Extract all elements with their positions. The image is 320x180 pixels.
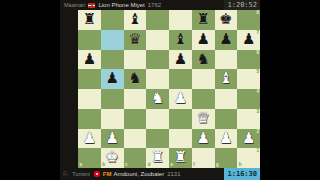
piece-white-pawn-e4: ♟ (169, 89, 192, 109)
piece-white-pawn-h2: ♟ (237, 129, 260, 149)
square-g1[interactable]: g (215, 148, 238, 168)
square-c3[interactable] (124, 109, 147, 129)
knight-icon: ♘ (62, 170, 68, 178)
square-d6[interactable] (146, 50, 169, 70)
square-d1[interactable]: ♜d (146, 148, 169, 168)
square-h4[interactable]: 4 (237, 89, 260, 109)
square-g3[interactable] (215, 109, 238, 129)
coord-file-c: c (125, 163, 128, 168)
bottom-team-label: Tunisni (72, 171, 90, 177)
piece-white-pawn-a2: ♟ (78, 129, 101, 149)
square-c4[interactable] (124, 89, 147, 109)
square-a5[interactable] (78, 69, 101, 89)
square-c7[interactable]: ♛ (124, 30, 147, 50)
tunisia-flag-icon (94, 171, 100, 177)
square-d3[interactable] (146, 109, 169, 129)
top-player-rating: 1762 (148, 2, 161, 8)
bottom-player-bar: ♘ Tunisni FM Amdouni, Zoubaier 2131 1:16… (60, 168, 260, 180)
square-g7[interactable]: ♟ (215, 30, 238, 50)
square-d4[interactable]: ♞ (146, 89, 169, 109)
coord-rank-6: 6 (256, 51, 259, 56)
coord-rank-7: 7 (256, 31, 259, 36)
square-g8[interactable]: ♚ (215, 10, 238, 30)
square-g6[interactable] (215, 50, 238, 70)
square-f4[interactable] (192, 89, 215, 109)
square-a4[interactable] (78, 89, 101, 109)
coord-file-g: g (216, 163, 219, 168)
square-e4[interactable]: ♟ (169, 89, 192, 109)
square-g5[interactable]: ♝ (215, 69, 238, 89)
square-e6[interactable]: ♟ (169, 50, 192, 70)
square-b3[interactable] (101, 109, 124, 129)
square-h1[interactable]: 1h (237, 148, 260, 168)
piece-black-bishop-e7: ♝ (169, 30, 192, 50)
square-c1[interactable]: c (124, 148, 147, 168)
coord-file-d: d (148, 163, 151, 168)
piece-black-knight-f6: ♞ (192, 50, 215, 70)
square-d8[interactable] (146, 10, 169, 30)
top-team-label: Maamari (64, 2, 85, 8)
square-c8[interactable]: ♝ (124, 10, 147, 30)
piece-black-pawn-h7: ♟ (237, 30, 260, 50)
piece-white-knight-d4: ♞ (146, 89, 169, 109)
square-e7[interactable]: ♝ (169, 30, 192, 50)
piece-black-rook-f8: ♜ (192, 10, 215, 30)
piece-black-rook-a8: ♜ (78, 10, 101, 30)
coord-rank-5: 5 (256, 70, 259, 75)
square-c6[interactable] (124, 50, 147, 70)
square-h2[interactable]: ♟2 (237, 129, 260, 149)
square-b1[interactable]: ♚b (101, 148, 124, 168)
coord-file-b: b (102, 163, 105, 168)
lebanon-flag-icon (88, 3, 95, 8)
square-h6[interactable]: 6 (237, 50, 260, 70)
piece-white-queen-f3: ♛ (192, 109, 215, 129)
square-h5[interactable]: 5 (237, 69, 260, 89)
piece-white-pawn-g2: ♟ (215, 129, 238, 149)
coord-rank-8: 8 (256, 11, 259, 16)
square-g2[interactable]: ♟ (215, 129, 238, 149)
piece-white-pawn-f2: ♟ (192, 129, 215, 149)
top-player-clock: 1:20:52 (224, 0, 260, 10)
video-column: Maamari Lion Phone Miyet 1762 1:20:52 ♜♝… (60, 0, 260, 180)
coord-file-h: h (239, 163, 242, 168)
square-f6[interactable]: ♞ (192, 50, 215, 70)
square-b8[interactable] (101, 10, 124, 30)
bottom-player-title: FM (103, 171, 112, 177)
square-f2[interactable]: ♟ (192, 129, 215, 149)
square-f8[interactable]: ♜ (192, 10, 215, 30)
square-a1[interactable]: a (78, 148, 101, 168)
square-a8[interactable]: ♜ (78, 10, 101, 30)
square-b6[interactable] (101, 50, 124, 70)
square-e3[interactable] (169, 109, 192, 129)
piece-black-pawn-f7: ♟ (192, 30, 215, 50)
square-a6[interactable]: ♟ (78, 50, 101, 70)
square-h7[interactable]: ♟7 (237, 30, 260, 50)
bottom-player-name[interactable]: Amdouni, Zoubaier (113, 171, 164, 177)
square-f1[interactable]: f (192, 148, 215, 168)
coord-rank-1: 1 (256, 149, 259, 154)
square-b7[interactable] (101, 30, 124, 50)
square-d2[interactable] (146, 129, 169, 149)
coord-rank-3: 3 (256, 110, 259, 115)
coord-file-f: f (193, 163, 195, 168)
piece-white-pawn-b2: ♟ (101, 129, 124, 149)
piece-white-king-b1: ♚ (101, 148, 124, 168)
square-g4[interactable] (215, 89, 238, 109)
coord-file-e: e (171, 163, 174, 168)
square-f5[interactable] (192, 69, 215, 89)
piece-black-king-g8: ♚ (215, 10, 238, 30)
piece-black-queen-c7: ♛ (124, 30, 147, 50)
square-d5[interactable] (146, 69, 169, 89)
bottom-player-rating: 2131 (167, 171, 180, 177)
piece-black-knight-c5: ♞ (124, 69, 147, 89)
square-f3[interactable]: ♛ (192, 109, 215, 129)
piece-white-bishop-g5: ♝ (215, 69, 238, 89)
bottom-player-clock: 1:16:30 (224, 168, 260, 180)
square-a2[interactable]: ♟ (78, 129, 101, 149)
coord-file-a: a (80, 163, 83, 168)
screenshot-stage: Maamari Lion Phone Miyet 1762 1:20:52 ♜♝… (0, 0, 320, 180)
square-e1[interactable]: ♜e (169, 148, 192, 168)
piece-white-rook-e1: ♜ (169, 148, 192, 168)
coord-rank-4: 4 (256, 90, 259, 95)
piece-black-bishop-c8: ♝ (124, 10, 147, 30)
square-b5[interactable]: ♟ (101, 69, 124, 89)
square-b4[interactable] (101, 89, 124, 109)
coord-rank-2: 2 (256, 130, 259, 135)
chess-board[interactable]: ♜♝♜♚8♛♝♟♟♟7♟♟♞6♟♞♝5♞♟4♛3♟♟♟♟♟2a♚bc♜d♜efg… (78, 10, 260, 168)
square-h8[interactable]: 8 (237, 10, 260, 30)
piece-black-pawn-b5: ♟ (101, 69, 124, 89)
piece-white-rook-d1: ♜ (146, 148, 169, 168)
square-a7[interactable] (78, 30, 101, 50)
top-player-bar: Maamari Lion Phone Miyet 1762 1:20:52 (60, 0, 260, 10)
piece-black-pawn-e6: ♟ (169, 50, 192, 70)
square-a3[interactable] (78, 109, 101, 129)
square-d7[interactable] (146, 30, 169, 50)
square-c5[interactable]: ♞ (124, 69, 147, 89)
piece-black-pawn-g7: ♟ (215, 30, 238, 50)
piece-black-pawn-a6: ♟ (78, 50, 101, 70)
square-b2[interactable]: ♟ (101, 129, 124, 149)
square-e5[interactable] (169, 69, 192, 89)
square-e8[interactable] (169, 10, 192, 30)
top-player-name[interactable]: Lion Phone Miyet (98, 2, 144, 8)
square-h3[interactable]: 3 (237, 109, 260, 129)
square-e2[interactable] (169, 129, 192, 149)
square-c2[interactable] (124, 129, 147, 149)
square-f7[interactable]: ♟ (192, 30, 215, 50)
